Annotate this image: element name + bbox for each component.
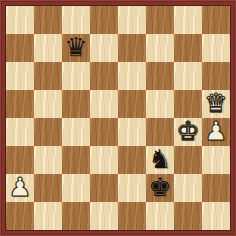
square-a7[interactable] (6, 34, 34, 62)
square-d1[interactable] (90, 202, 118, 230)
square-b6[interactable] (34, 62, 62, 90)
square-a5[interactable] (6, 90, 34, 118)
square-c6[interactable] (62, 62, 90, 90)
square-e7[interactable] (118, 34, 146, 62)
square-h8[interactable] (202, 6, 230, 34)
square-h2[interactable] (202, 174, 230, 202)
square-c1[interactable] (62, 202, 90, 230)
square-h6[interactable] (202, 62, 230, 90)
square-h7[interactable] (202, 34, 230, 62)
square-e4[interactable] (118, 118, 146, 146)
white-king-piece[interactable]: ♚ (176, 118, 199, 144)
square-a3[interactable] (6, 146, 34, 174)
square-a8[interactable] (6, 6, 34, 34)
square-d6[interactable] (90, 62, 118, 90)
square-e5[interactable] (118, 90, 146, 118)
square-f4[interactable] (146, 118, 174, 146)
white-pawn-piece[interactable]: ♟ (8, 174, 31, 200)
square-d2[interactable] (90, 174, 118, 202)
black-knight-piece[interactable]: ♞ (148, 146, 171, 172)
square-b7[interactable] (34, 34, 62, 62)
square-f1[interactable] (146, 202, 174, 230)
square-f8[interactable] (146, 6, 174, 34)
square-h3[interactable] (202, 146, 230, 174)
square-d3[interactable] (90, 146, 118, 174)
square-b4[interactable] (34, 118, 62, 146)
square-g2[interactable] (174, 174, 202, 202)
square-c3[interactable] (62, 146, 90, 174)
square-a2[interactable]: ♟ (6, 174, 34, 202)
square-f3[interactable]: ♞ (146, 146, 174, 174)
black-king-piece[interactable]: ♚ (148, 174, 171, 200)
square-b5[interactable] (34, 90, 62, 118)
square-d4[interactable] (90, 118, 118, 146)
square-c4[interactable] (62, 118, 90, 146)
square-d5[interactable] (90, 90, 118, 118)
square-c7[interactable]: ♛ (62, 34, 90, 62)
square-c8[interactable] (62, 6, 90, 34)
square-h4[interactable]: ♟ (202, 118, 230, 146)
square-e2[interactable] (118, 174, 146, 202)
square-d8[interactable] (90, 6, 118, 34)
square-h1[interactable] (202, 202, 230, 230)
chess-board: ♛♛♚♟♞♟♚ (6, 6, 230, 230)
black-queen-piece[interactable]: ♛ (64, 34, 87, 60)
square-e1[interactable] (118, 202, 146, 230)
white-pawn-piece[interactable]: ♟ (204, 118, 227, 144)
square-c2[interactable] (62, 174, 90, 202)
square-c5[interactable] (62, 90, 90, 118)
board-frame: ♛♛♚♟♞♟♚ (0, 0, 236, 236)
square-a1[interactable] (6, 202, 34, 230)
square-g5[interactable] (174, 90, 202, 118)
square-b8[interactable] (34, 6, 62, 34)
square-a4[interactable] (6, 118, 34, 146)
square-e8[interactable] (118, 6, 146, 34)
square-g8[interactable] (174, 6, 202, 34)
square-b1[interactable] (34, 202, 62, 230)
square-g7[interactable] (174, 34, 202, 62)
square-a6[interactable] (6, 62, 34, 90)
square-e3[interactable] (118, 146, 146, 174)
square-d7[interactable] (90, 34, 118, 62)
square-f7[interactable] (146, 34, 174, 62)
square-h5[interactable]: ♛ (202, 90, 230, 118)
square-f5[interactable] (146, 90, 174, 118)
square-g1[interactable] (174, 202, 202, 230)
square-f6[interactable] (146, 62, 174, 90)
square-g3[interactable] (174, 146, 202, 174)
square-g4[interactable]: ♚ (174, 118, 202, 146)
square-b2[interactable] (34, 174, 62, 202)
square-g6[interactable] (174, 62, 202, 90)
white-queen-piece[interactable]: ♛ (204, 90, 227, 116)
square-f2[interactable]: ♚ (146, 174, 174, 202)
square-b3[interactable] (34, 146, 62, 174)
square-e6[interactable] (118, 62, 146, 90)
